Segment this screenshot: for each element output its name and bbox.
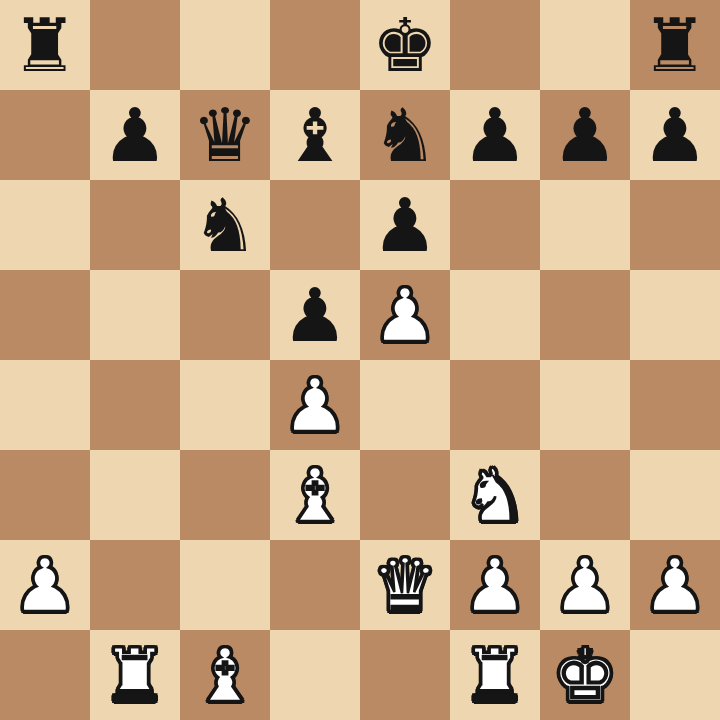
square-c3[interactable] [180,450,270,540]
square-e5[interactable]: ♟ [360,270,450,360]
square-d7[interactable]: ♝ [270,90,360,180]
square-d1[interactable] [270,630,360,720]
square-e1[interactable] [360,630,450,720]
square-c6[interactable]: ♞ [180,180,270,270]
white-queen-piece[interactable]: ♛ [372,540,438,630]
square-a4[interactable] [0,360,90,450]
white-rook-piece[interactable]: ♜ [462,630,528,720]
square-e7[interactable]: ♞ [360,90,450,180]
square-e6[interactable]: ♟ [360,180,450,270]
square-b5[interactable] [90,270,180,360]
square-g6[interactable] [540,180,630,270]
square-h8[interactable]: ♜ [630,0,720,90]
white-pawn-piece[interactable]: ♟ [462,540,528,630]
square-c7[interactable]: ♛ [180,90,270,180]
chess-board: ♜♚♜♟♛♝♞♟♟♟♞♟♟♟♟♝♞♟♛♟♟♟♜♝♜♚ [0,0,720,720]
black-pawn-piece[interactable]: ♟ [642,90,708,180]
white-pawn-piece[interactable]: ♟ [642,540,708,630]
square-e2[interactable]: ♛ [360,540,450,630]
square-a6[interactable] [0,180,90,270]
black-king-piece[interactable]: ♚ [372,0,438,90]
square-a1[interactable] [0,630,90,720]
square-f7[interactable]: ♟ [450,90,540,180]
square-f3[interactable]: ♞ [450,450,540,540]
white-rook-piece[interactable]: ♜ [102,630,168,720]
square-b6[interactable] [90,180,180,270]
black-knight-piece[interactable]: ♞ [192,180,258,270]
square-h6[interactable] [630,180,720,270]
square-d8[interactable] [270,0,360,90]
square-d2[interactable] [270,540,360,630]
square-h3[interactable] [630,450,720,540]
square-h7[interactable]: ♟ [630,90,720,180]
square-a8[interactable]: ♜ [0,0,90,90]
square-c2[interactable] [180,540,270,630]
black-rook-piece[interactable]: ♜ [642,0,708,90]
square-d4[interactable]: ♟ [270,360,360,450]
black-pawn-piece[interactable]: ♟ [102,90,168,180]
black-queen-piece[interactable]: ♛ [192,90,258,180]
black-rook-piece[interactable]: ♜ [12,0,78,90]
square-g2[interactable]: ♟ [540,540,630,630]
square-c1[interactable]: ♝ [180,630,270,720]
square-f6[interactable] [450,180,540,270]
square-g1[interactable]: ♚ [540,630,630,720]
square-a3[interactable] [0,450,90,540]
white-pawn-piece[interactable]: ♟ [552,540,618,630]
square-g4[interactable] [540,360,630,450]
square-c4[interactable] [180,360,270,450]
white-pawn-piece[interactable]: ♟ [372,270,438,360]
square-d5[interactable]: ♟ [270,270,360,360]
square-f8[interactable] [450,0,540,90]
square-h1[interactable] [630,630,720,720]
square-c5[interactable] [180,270,270,360]
black-pawn-piece[interactable]: ♟ [282,270,348,360]
square-f4[interactable] [450,360,540,450]
black-bishop-piece[interactable]: ♝ [282,90,348,180]
square-b4[interactable] [90,360,180,450]
square-g3[interactable] [540,450,630,540]
square-e4[interactable] [360,360,450,450]
square-a5[interactable] [0,270,90,360]
white-pawn-piece[interactable]: ♟ [282,360,348,450]
square-e8[interactable]: ♚ [360,0,450,90]
square-a2[interactable]: ♟ [0,540,90,630]
square-g7[interactable]: ♟ [540,90,630,180]
square-b3[interactable] [90,450,180,540]
square-g8[interactable] [540,0,630,90]
square-e3[interactable] [360,450,450,540]
black-pawn-piece[interactable]: ♟ [462,90,528,180]
black-pawn-piece[interactable]: ♟ [552,90,618,180]
square-h4[interactable] [630,360,720,450]
square-b7[interactable]: ♟ [90,90,180,180]
white-king-piece[interactable]: ♚ [552,630,618,720]
white-knight-piece[interactable]: ♞ [462,450,528,540]
white-bishop-piece[interactable]: ♝ [192,630,258,720]
black-knight-piece[interactable]: ♞ [372,90,438,180]
square-b8[interactable] [90,0,180,90]
square-d3[interactable]: ♝ [270,450,360,540]
square-f2[interactable]: ♟ [450,540,540,630]
white-bishop-piece[interactable]: ♝ [282,450,348,540]
square-g5[interactable] [540,270,630,360]
square-a7[interactable] [0,90,90,180]
square-f1[interactable]: ♜ [450,630,540,720]
square-c8[interactable] [180,0,270,90]
square-f5[interactable] [450,270,540,360]
square-d6[interactable] [270,180,360,270]
square-b1[interactable]: ♜ [90,630,180,720]
square-b2[interactable] [90,540,180,630]
square-h5[interactable] [630,270,720,360]
white-pawn-piece[interactable]: ♟ [12,540,78,630]
black-pawn-piece[interactable]: ♟ [372,180,438,270]
square-h2[interactable]: ♟ [630,540,720,630]
